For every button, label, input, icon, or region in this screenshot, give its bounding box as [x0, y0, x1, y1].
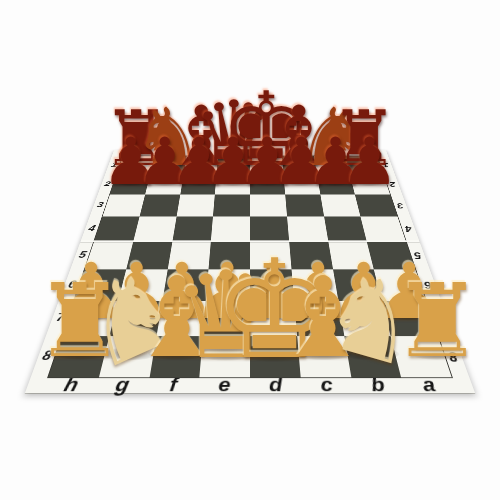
square-h4[interactable]: [94, 217, 139, 242]
piece-light-rook-a8[interactable]: ♜: [392, 271, 483, 373]
square-g4[interactable]: [133, 217, 176, 242]
square-f4[interactable]: [172, 217, 213, 242]
piece-dark-pawn-a2[interactable]: ♟: [340, 129, 398, 194]
chess-set-photo: 1122334455667788hgfedcba ♜♞♝♛♚♝♞♜♟♟♟♟♟♟♟…: [0, 0, 500, 500]
